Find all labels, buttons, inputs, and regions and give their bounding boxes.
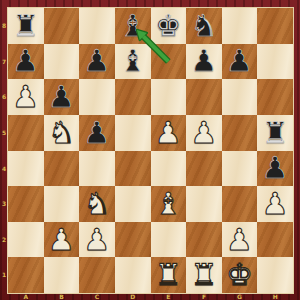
- square-a8[interactable]: ♜: [8, 8, 44, 44]
- piece-black-pawn[interactable]: ♟: [257, 151, 293, 187]
- piece-white-pawn[interactable]: ♟: [44, 222, 80, 258]
- square-c7[interactable]: ♟: [79, 44, 115, 80]
- square-e1[interactable]: ♜: [151, 257, 187, 293]
- piece-white-pawn[interactable]: ♟: [186, 115, 222, 151]
- square-a4[interactable]: [8, 151, 44, 187]
- square-e3[interactable]: ♝: [151, 186, 187, 222]
- piece-white-pawn[interactable]: ♟: [79, 222, 115, 258]
- piece-white-pawn[interactable]: ♟: [151, 115, 187, 151]
- square-d7[interactable]: ♝: [115, 44, 151, 80]
- square-f2[interactable]: [186, 222, 222, 258]
- square-f3[interactable]: [186, 186, 222, 222]
- square-f1[interactable]: ♜: [186, 257, 222, 293]
- square-h1[interactable]: [257, 257, 293, 293]
- square-a7[interactable]: ♟: [8, 44, 44, 80]
- square-h4[interactable]: ♟: [257, 151, 293, 187]
- piece-white-knight[interactable]: ♞: [44, 115, 80, 151]
- square-a5[interactable]: [8, 115, 44, 151]
- square-g4[interactable]: [222, 151, 258, 187]
- square-b1[interactable]: [44, 257, 80, 293]
- square-a1[interactable]: [8, 257, 44, 293]
- square-d4[interactable]: [115, 151, 151, 187]
- rank-label-6: 6: [0, 79, 8, 115]
- square-g8[interactable]: [222, 8, 258, 44]
- rank-label-7: 7: [0, 44, 8, 80]
- rank-label-3: 3: [0, 186, 8, 222]
- square-e8[interactable]: ♚: [151, 8, 187, 44]
- square-b6[interactable]: ♟: [44, 79, 80, 115]
- rank-label-4: 4: [0, 151, 8, 187]
- square-g1[interactable]: ♚: [222, 257, 258, 293]
- square-b7[interactable]: [44, 44, 80, 80]
- square-h6[interactable]: [257, 79, 293, 115]
- piece-white-pawn[interactable]: ♟: [8, 79, 44, 115]
- square-d2[interactable]: [115, 222, 151, 258]
- square-b4[interactable]: [44, 151, 80, 187]
- square-d1[interactable]: [115, 257, 151, 293]
- square-f6[interactable]: [186, 79, 222, 115]
- rank-label-1: 1: [0, 257, 8, 293]
- file-label-a: A: [8, 293, 44, 300]
- file-label-g: G: [222, 293, 258, 300]
- piece-white-rook[interactable]: ♜: [186, 257, 222, 293]
- square-d3[interactable]: [115, 186, 151, 222]
- square-a6[interactable]: ♟: [8, 79, 44, 115]
- file-label-b: B: [44, 293, 80, 300]
- square-h8[interactable]: [257, 8, 293, 44]
- piece-white-rook[interactable]: ♜: [151, 257, 187, 293]
- square-d6[interactable]: [115, 79, 151, 115]
- chess-board-panel: ♜♝♚♞♟♟♝♟♟♟♟♞♟♟♟♜♟♞♝♟♟♟♟♜♜♚ 87654321ABCDE…: [0, 0, 300, 300]
- piece-black-rook[interactable]: ♜: [8, 8, 44, 44]
- file-label-f: F: [186, 293, 222, 300]
- square-h2[interactable]: [257, 222, 293, 258]
- square-b2[interactable]: ♟: [44, 222, 80, 258]
- piece-black-pawn[interactable]: ♟: [186, 44, 222, 80]
- square-c4[interactable]: [79, 151, 115, 187]
- square-c6[interactable]: [79, 79, 115, 115]
- square-e6[interactable]: [151, 79, 187, 115]
- square-f8[interactable]: ♞: [186, 8, 222, 44]
- chess-board: ♜♝♚♞♟♟♝♟♟♟♟♞♟♟♟♜♟♞♝♟♟♟♟♜♜♚: [8, 8, 293, 293]
- square-a2[interactable]: [8, 222, 44, 258]
- piece-black-bishop[interactable]: ♝: [115, 8, 151, 44]
- piece-white-bishop[interactable]: ♝: [151, 186, 187, 222]
- piece-black-rook[interactable]: ♜: [257, 115, 293, 151]
- square-c1[interactable]: [79, 257, 115, 293]
- square-g6[interactable]: [222, 79, 258, 115]
- file-label-h: H: [257, 293, 293, 300]
- square-g7[interactable]: ♟: [222, 44, 258, 80]
- piece-black-pawn[interactable]: ♟: [222, 44, 258, 80]
- square-g3[interactable]: [222, 186, 258, 222]
- square-f4[interactable]: [186, 151, 222, 187]
- file-label-c: C: [79, 293, 115, 300]
- piece-black-pawn[interactable]: ♟: [44, 79, 80, 115]
- piece-black-bishop[interactable]: ♝: [115, 44, 151, 80]
- square-h7[interactable]: [257, 44, 293, 80]
- square-e4[interactable]: [151, 151, 187, 187]
- piece-white-king[interactable]: ♚: [222, 257, 258, 293]
- piece-white-pawn[interactable]: ♟: [222, 222, 258, 258]
- piece-black-king[interactable]: ♚: [151, 8, 187, 44]
- square-b8[interactable]: [44, 8, 80, 44]
- square-d8[interactable]: ♝: [115, 8, 151, 44]
- piece-black-pawn[interactable]: ♟: [79, 115, 115, 151]
- square-f7[interactable]: ♟: [186, 44, 222, 80]
- square-b5[interactable]: ♞: [44, 115, 80, 151]
- square-c8[interactable]: [79, 8, 115, 44]
- square-e5[interactable]: ♟: [151, 115, 187, 151]
- piece-black-pawn[interactable]: ♟: [8, 44, 44, 80]
- square-e7[interactable]: [151, 44, 187, 80]
- square-a3[interactable]: [8, 186, 44, 222]
- piece-black-pawn[interactable]: ♟: [79, 44, 115, 80]
- rank-label-8: 8: [0, 8, 8, 44]
- piece-white-pawn[interactable]: ♟: [257, 186, 293, 222]
- piece-white-knight[interactable]: ♞: [79, 186, 115, 222]
- square-d5[interactable]: [115, 115, 151, 151]
- square-h3[interactable]: ♟: [257, 186, 293, 222]
- square-f5[interactable]: ♟: [186, 115, 222, 151]
- square-g5[interactable]: [222, 115, 258, 151]
- square-b3[interactable]: [44, 186, 80, 222]
- square-e2[interactable]: [151, 222, 187, 258]
- square-c5[interactable]: ♟: [79, 115, 115, 151]
- rank-label-5: 5: [0, 115, 8, 151]
- file-label-d: D: [115, 293, 151, 300]
- square-c2[interactable]: ♟: [79, 222, 115, 258]
- square-h5[interactable]: ♜: [257, 115, 293, 151]
- file-label-e: E: [151, 293, 187, 300]
- square-c3[interactable]: ♞: [79, 186, 115, 222]
- rank-label-2: 2: [0, 222, 8, 258]
- piece-black-knight[interactable]: ♞: [186, 8, 222, 44]
- square-g2[interactable]: ♟: [222, 222, 258, 258]
